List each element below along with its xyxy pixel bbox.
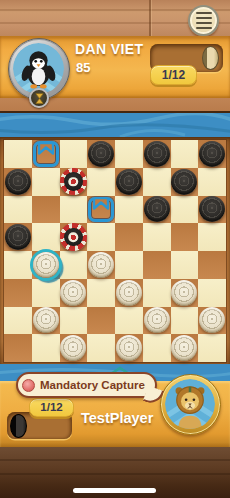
square-h1: [198, 334, 226, 362]
square-e3[interactable]: [115, 279, 143, 307]
square-c8: [60, 140, 88, 168]
square-c2: [60, 307, 88, 335]
white-piece[interactable]: [171, 335, 197, 361]
square-e2: [115, 307, 143, 335]
white-piece[interactable]: [116, 280, 142, 306]
black-piece[interactable]: [144, 196, 170, 222]
black-piece[interactable]: [199, 196, 225, 222]
home-indicator-bar[interactable]: [73, 488, 156, 493]
hamburger-menu-button[interactable]: [188, 5, 219, 36]
square-e8: [115, 140, 143, 168]
square-d7: [87, 168, 115, 196]
square-h5: [198, 223, 226, 251]
white-piece[interactable]: [88, 252, 114, 278]
white-piece-selected[interactable]: [33, 252, 59, 278]
captured-white-piece: [202, 46, 219, 70]
square-a3[interactable]: [4, 279, 32, 307]
black-piece[interactable]: [5, 224, 31, 250]
captured-black-piece: [10, 414, 27, 438]
white-piece[interactable]: [199, 307, 225, 333]
black-piece-capture-target[interactable]: [60, 168, 88, 196]
opponent-name: DAN VIET: [75, 41, 144, 57]
wood-grain-line: [0, 459, 230, 461]
black-piece[interactable]: [199, 141, 225, 167]
highlight-landing-square[interactable]: [33, 141, 59, 167]
hourglass-icon: [33, 92, 46, 105]
square-d1: [87, 334, 115, 362]
white-piece[interactable]: [144, 307, 170, 333]
bottom-wood-panel: [0, 447, 230, 498]
square-d6[interactable]: [87, 196, 115, 224]
square-b7: [32, 168, 60, 196]
square-h2[interactable]: [198, 307, 226, 335]
opponent-score: 85: [76, 60, 90, 75]
square-g7[interactable]: [171, 168, 199, 196]
square-h6[interactable]: [198, 196, 226, 224]
black-piece[interactable]: [88, 141, 114, 167]
black-piece[interactable]: [171, 169, 197, 195]
square-b5: [32, 223, 60, 251]
square-b1: [32, 334, 60, 362]
square-h7: [198, 168, 226, 196]
turn-timer-hourglass: [29, 88, 49, 108]
square-h8[interactable]: [198, 140, 226, 168]
square-f8[interactable]: [143, 140, 171, 168]
square-e7[interactable]: [115, 168, 143, 196]
square-g1[interactable]: [171, 334, 199, 362]
square-f4[interactable]: [143, 251, 171, 279]
square-h3: [198, 279, 226, 307]
square-g8: [171, 140, 199, 168]
square-a7[interactable]: [4, 168, 32, 196]
square-b2[interactable]: [32, 307, 60, 335]
square-e5[interactable]: [115, 223, 143, 251]
wave-decoration: [0, 113, 230, 137]
player-avatar[interactable]: [160, 374, 221, 435]
player-capture-count-badge: 1/12: [29, 398, 74, 417]
opponent-capture-count-badge: 1/12: [150, 65, 197, 85]
checkers-board: [0, 137, 230, 364]
water-band-top: [0, 113, 230, 137]
white-piece[interactable]: [60, 280, 86, 306]
square-f7: [143, 168, 171, 196]
white-piece[interactable]: [171, 280, 197, 306]
square-g5[interactable]: [171, 223, 199, 251]
square-d2[interactable]: [87, 307, 115, 335]
player-name: TestPlayer: [81, 410, 153, 426]
square-g6: [171, 196, 199, 224]
hamburger-menu-icon: [196, 12, 212, 14]
square-c4: [60, 251, 88, 279]
square-f5: [143, 223, 171, 251]
wood-plank-seam: [149, 0, 151, 36]
square-f2[interactable]: [143, 307, 171, 335]
square-a6: [4, 196, 32, 224]
black-piece-capture-target[interactable]: [60, 223, 88, 251]
white-piece[interactable]: [33, 307, 59, 333]
mandatory-capture-alert: Mandatory Capture: [16, 372, 157, 398]
landing-square-ribbon-icon: [92, 198, 111, 211]
square-g4: [171, 251, 199, 279]
square-e6: [115, 196, 143, 224]
wood-grain-line: [0, 473, 230, 475]
penguin-avatar-image: [13, 43, 64, 94]
square-b6[interactable]: [32, 196, 60, 224]
square-g2: [171, 307, 199, 335]
square-b3: [32, 279, 60, 307]
square-a4: [4, 251, 32, 279]
checkers-game-screen: DAN VIET 85 1/12: [0, 0, 230, 498]
square-d4[interactable]: [87, 251, 115, 279]
square-d3: [87, 279, 115, 307]
square-a5[interactable]: [4, 223, 32, 251]
square-c6: [60, 196, 88, 224]
square-c5[interactable]: [60, 223, 88, 251]
white-piece[interactable]: [60, 335, 86, 361]
square-b8[interactable]: [32, 140, 60, 168]
landing-square-ribbon-icon: [36, 143, 55, 156]
black-piece[interactable]: [116, 169, 142, 195]
white-piece[interactable]: [116, 335, 142, 361]
alert-text: Mandatory Capture: [40, 379, 145, 391]
square-e1[interactable]: [115, 334, 143, 362]
square-a8: [4, 140, 32, 168]
lion-avatar-image: [165, 379, 215, 429]
square-g3[interactable]: [171, 279, 199, 307]
square-b4[interactable]: [32, 251, 60, 279]
square-c3[interactable]: [60, 279, 88, 307]
square-f6[interactable]: [143, 196, 171, 224]
square-h4[interactable]: [198, 251, 226, 279]
highlight-landing-square[interactable]: [88, 197, 114, 223]
square-e4: [115, 251, 143, 279]
square-d5: [87, 223, 115, 251]
alert-red-dot-icon: [22, 379, 35, 392]
square-f1: [143, 334, 171, 362]
black-piece[interactable]: [5, 169, 31, 195]
square-c7[interactable]: [60, 168, 88, 196]
square-d8[interactable]: [87, 140, 115, 168]
square-a2: [4, 307, 32, 335]
square-c1[interactable]: [60, 334, 88, 362]
square-f3: [143, 279, 171, 307]
black-piece[interactable]: [144, 141, 170, 167]
square-a1[interactable]: [4, 334, 32, 362]
board-grid: [4, 140, 226, 362]
